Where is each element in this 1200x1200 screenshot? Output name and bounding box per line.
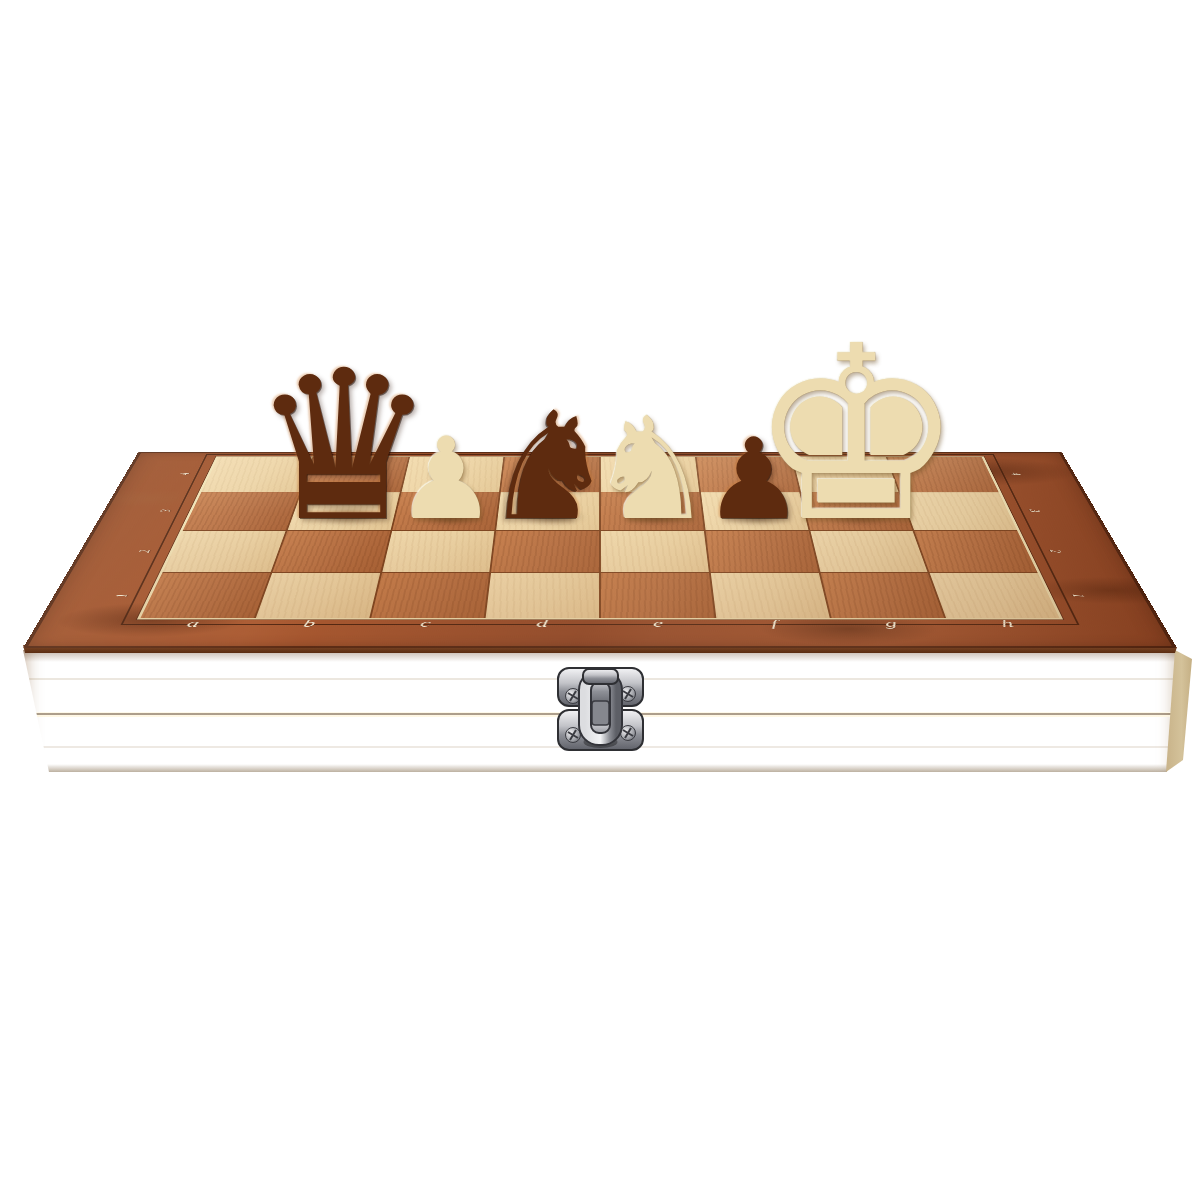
rank-label-right-1: 1 (1068, 594, 1089, 597)
square-c1[interactable] (371, 573, 490, 619)
file-label-a: a (132, 618, 253, 629)
latch[interactable] (552, 663, 649, 756)
file-label-b: b (249, 618, 369, 629)
product-photo: abcdefgh 4321 4321 ♛♟♞♞♟♚ (0, 0, 1200, 1200)
square-b1[interactable] (256, 573, 380, 619)
file-label-d: d (483, 618, 600, 629)
rank-label-left-2: 2 (135, 550, 155, 553)
rank-label-left-4: 4 (176, 472, 194, 475)
piece-light-knight-e3[interactable]: ♞ (588, 399, 714, 540)
rank-label-left-1: 1 (112, 594, 133, 597)
file-label-e: e (600, 618, 717, 629)
piece-light-king-g3[interactable]: ♚ (748, 314, 964, 555)
rank-label-right-2: 2 (1045, 550, 1065, 553)
square-h1[interactable] (930, 573, 1060, 619)
file-label-f: f (716, 618, 834, 629)
box-bottom-edge (23, 764, 1177, 774)
rank-label-left-3: 3 (156, 509, 175, 512)
file-label-c: c (366, 618, 484, 629)
square-a1[interactable] (140, 573, 270, 619)
square-g1[interactable] (820, 573, 944, 619)
file-label-h: h (947, 618, 1068, 629)
file-label-g: g (831, 618, 951, 629)
square-f1[interactable] (711, 573, 830, 619)
square-e1[interactable] (601, 573, 714, 619)
rank-label-right-4: 4 (1006, 472, 1024, 475)
square-d1[interactable] (486, 573, 599, 619)
rank-label-right-3: 3 (1025, 509, 1044, 512)
